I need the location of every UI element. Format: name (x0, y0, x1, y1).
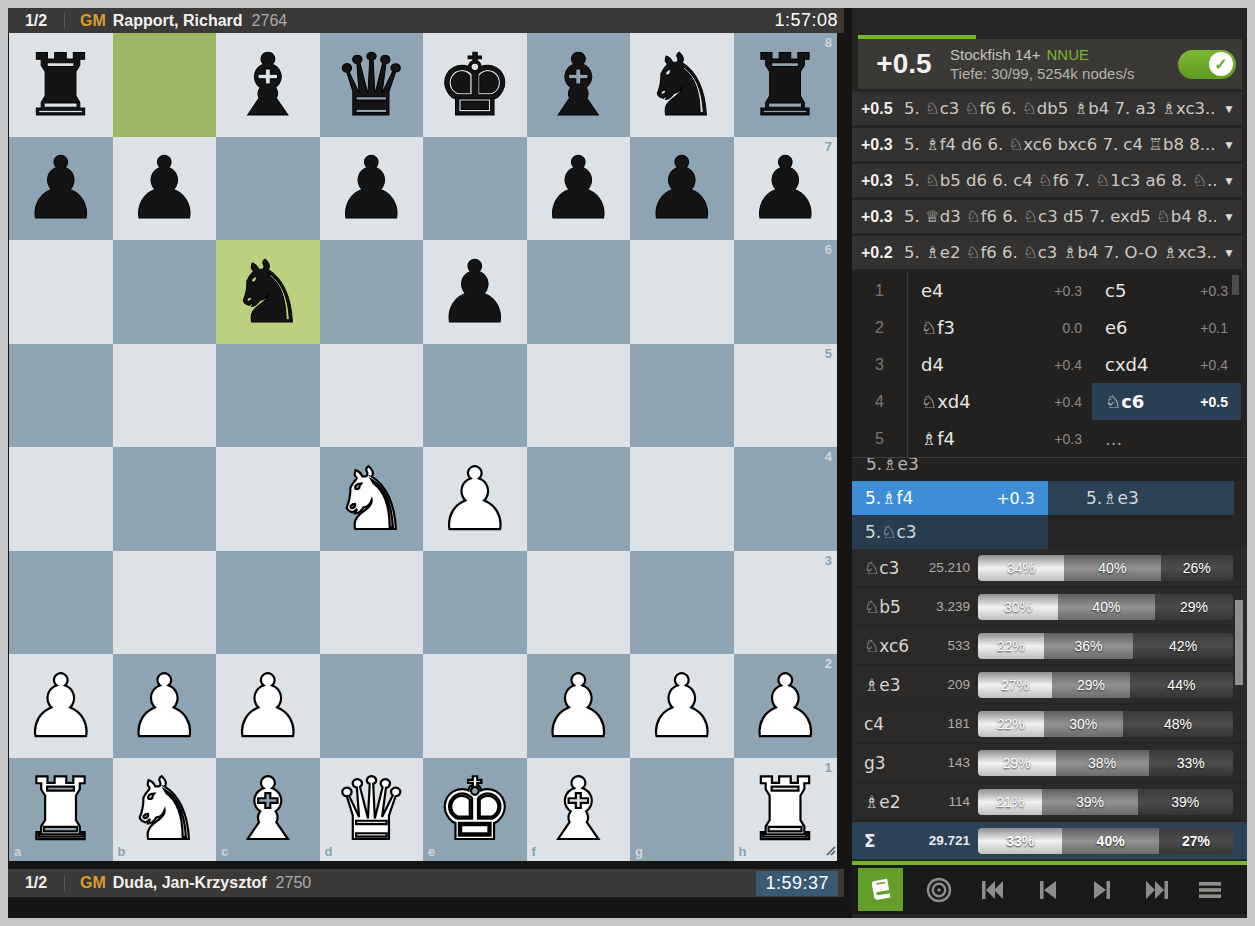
square-b2[interactable]: ♟ (113, 654, 217, 758)
black-pawn[interactable]: ♟ (747, 145, 824, 231)
draw-segment: 36% (1044, 633, 1134, 659)
square-a7[interactable]: ♟ (9, 137, 113, 241)
square-b6[interactable] (113, 240, 217, 344)
divider (64, 875, 65, 891)
square-d2[interactable] (320, 654, 424, 758)
stat-game-count: 29.721 (918, 833, 970, 848)
square-b3[interactable] (113, 551, 217, 655)
square-g2[interactable]: ♟ (630, 654, 734, 758)
board-column: 1/2 GM Rapport, Richard 2764 1:57:08 ♜♝♛… (8, 8, 844, 918)
top-clock: 1:57:08 (774, 10, 838, 31)
square-g4[interactable] (630, 447, 734, 551)
stat-move: ♗e2 (852, 792, 918, 812)
expand-arrow-icon[interactable]: ▼ (1216, 174, 1242, 188)
engine-line[interactable]: +0.3 5. ♕d3 ♘f6 6. ♘c3 d5 7. exd5 ♘b4 8.… (852, 200, 1242, 233)
stat-game-count: 533 (918, 638, 970, 653)
stat-game-count: 143 (918, 755, 970, 770)
white-win-segment: 33% (978, 828, 1062, 854)
stat-game-count: 25.210 (918, 560, 970, 575)
engine-line[interactable]: +0.2 5. ♗e2 ♘f6 6. ♘c3 ♗b4 7. O-O ♗xc3..… (852, 236, 1242, 269)
square-c3[interactable] (216, 551, 320, 655)
move-list: 1 e4+0.3 c5+0.3 2 ♘f30.0 e6+0.1 3 d4+0.4… (852, 272, 1242, 457)
black-king[interactable]: ♚ (436, 42, 513, 128)
rank-label: 6 (825, 242, 832, 257)
expand-arrow-icon[interactable]: ▼ (1216, 138, 1242, 152)
black-win-segment: 27% (1159, 828, 1233, 854)
engine-line[interactable]: +0.5 5. ♘c3 ♘f6 6. ♘db5 ♗b4 7. a3 ♗xc3..… (852, 92, 1242, 125)
engine-depth: Tiefe: 30/99, 5254k nodes/s (950, 64, 1178, 83)
file-label: h (739, 844, 747, 859)
stats-row[interactable]: c418122%30%48% (852, 705, 1247, 742)
black-pawn[interactable]: ♟ (22, 145, 99, 231)
line-eval: +0.3 (852, 136, 904, 154)
stats-row[interactable]: ♘c325.21034%40%26% (852, 549, 1247, 586)
stat-move: ♘c3 (852, 558, 918, 578)
white-move[interactable]: ♘xd4+0.4 (908, 383, 1092, 420)
navigation-icons (903, 876, 1237, 904)
square-f1[interactable]: ♝f (527, 758, 631, 862)
top-player-rating: 2764 (252, 12, 288, 30)
square-d3[interactable] (320, 551, 424, 655)
square-h6[interactable]: 6 (734, 240, 838, 344)
black-bishop[interactable]: ♝ (540, 42, 617, 128)
white-move[interactable]: e4+0.3 (908, 272, 1092, 309)
line-moves: 5. ♘b5 d6 6. c4 ♘f6 7. ♘1c3 a6 8. ♘... (904, 171, 1216, 190)
square-e7[interactable] (423, 137, 527, 241)
scrollbar-thumb[interactable] (1235, 600, 1243, 685)
white-knight[interactable]: ♞ (126, 766, 203, 852)
bottom-title-badge: GM (80, 874, 106, 892)
square-c1[interactable]: ♝c (216, 758, 320, 862)
engine-info: Stockfish 14+NNUE Tiefe: 30/99, 5254k no… (950, 45, 1178, 83)
square-a8[interactable]: ♜ (9, 33, 113, 137)
square-b8[interactable] (113, 33, 217, 137)
stat-move: ♗e3 (852, 675, 918, 695)
square-g6[interactable] (630, 240, 734, 344)
draw-segment: 29% (1052, 672, 1130, 698)
white-rook[interactable]: ♜ (747, 766, 824, 852)
stat-game-count: 114 (918, 794, 970, 809)
square-c6[interactable]: ♞ (216, 240, 320, 344)
square-g7[interactable]: ♟ (630, 137, 734, 241)
bottom-player-rating: 2750 (276, 874, 312, 892)
square-d1[interactable]: ♛d (320, 758, 424, 862)
move-row: 5 ♗f4+0.3 ... (852, 420, 1242, 457)
white-win-segment: 30% (978, 594, 1058, 620)
square-e3[interactable] (423, 551, 527, 655)
white-move[interactable]: ♗f4+0.3 (908, 420, 1092, 457)
black-win-segment: 48% (1123, 711, 1233, 737)
square-b7[interactable]: ♟ (113, 137, 217, 241)
line-eval: +0.3 (852, 172, 904, 190)
line-moves: 5. ♗f4 d6 6. ♘xc6 bxc6 7. c4 ♖b8 8.... (904, 135, 1216, 154)
square-e1[interactable]: ♚e (423, 758, 527, 862)
stat-move: ♘xc6 (852, 636, 918, 656)
white-win-segment: 27% (978, 672, 1052, 698)
square-f4[interactable] (527, 447, 631, 551)
square-f8[interactable]: ♝ (527, 33, 631, 137)
line-eval: +0.3 (852, 208, 904, 226)
square-d5[interactable] (320, 344, 424, 448)
black-rook[interactable]: ♜ (747, 42, 824, 128)
white-rook[interactable]: ♜ (22, 766, 99, 852)
stat-game-count: 209 (918, 677, 970, 692)
line-moves: 5. ♗e2 ♘f6 6. ♘c3 ♗b4 7. O-O ♗xc3... (904, 243, 1216, 262)
square-b4[interactable] (113, 447, 217, 551)
move-row: 1 e4+0.3 c5+0.3 (852, 272, 1242, 309)
square-a3[interactable] (9, 551, 113, 655)
square-h5[interactable]: 5 (734, 344, 838, 448)
black-move[interactable]: cxd4+0.4 (1092, 346, 1241, 383)
square-g8[interactable]: ♞ (630, 33, 734, 137)
bottom-player-bar: 1/2 GM Duda, Jan-Krzysztof 2750 1:59:37 (8, 869, 844, 897)
move-row: 3 d4+0.4 cxd4+0.4 (852, 346, 1242, 383)
white-pawn[interactable]: ♟ (540, 663, 617, 749)
black-knight[interactable]: ♞ (229, 249, 306, 335)
engine-line[interactable]: +0.3 5. ♘b5 d6 6. c4 ♘f6 7. ♘1c3 a6 8. ♘… (852, 164, 1242, 197)
bottom-player-name: Duda, Jan-Krzysztof (113, 874, 267, 892)
file-label: f (532, 844, 536, 859)
black-win-segment: 39% (1138, 789, 1233, 815)
stat-move: g3 (852, 753, 918, 773)
main-window: 1/2 GM Rapport, Richard 2764 1:57:08 ♜♝♛… (8, 8, 1247, 918)
engine-name: Stockfish 14+ (950, 46, 1040, 63)
square-e5[interactable] (423, 344, 527, 448)
black-pawn[interactable]: ♟ (126, 145, 203, 231)
square-f7[interactable]: ♟ (527, 137, 631, 241)
variation-alt[interactable]: 5.♘c3 (852, 515, 1048, 549)
rank-label: 1 (825, 760, 832, 775)
black-win-segment: 42% (1133, 633, 1233, 659)
black-bishop[interactable]: ♝ (229, 42, 306, 128)
black-knight[interactable]: ♞ (643, 42, 720, 128)
engine-header: +0.5 Stockfish 14+NNUE Tiefe: 30/99, 525… (858, 39, 1242, 89)
stats-row[interactable]: g314329%38%33% (852, 744, 1247, 781)
stats-row[interactable]: ♗e211421%39%39% (852, 783, 1247, 820)
black-queen[interactable]: ♛ (333, 42, 410, 128)
square-c2[interactable]: ♟ (216, 654, 320, 758)
black-move-selected[interactable]: ♘c6+0.5 (1092, 383, 1241, 420)
white-king[interactable]: ♚ (436, 766, 513, 852)
square-e6[interactable]: ♟ (423, 240, 527, 344)
file-label: b (118, 844, 126, 859)
bottom-clock: 1:59:37 (756, 871, 838, 896)
square-f2[interactable]: ♟ (527, 654, 631, 758)
move-number: 2 (852, 309, 908, 346)
black-win-segment: 44% (1130, 672, 1233, 698)
file-label: a (14, 844, 21, 859)
engine-toggle[interactable]: ✓ (1178, 50, 1236, 79)
black-move[interactable]: e6+0.1 (1092, 309, 1241, 346)
black-pawn[interactable]: ♟ (333, 145, 410, 231)
square-h4[interactable]: 4 (734, 447, 838, 551)
variation-row: 5.♘c3 (852, 515, 1247, 549)
top-player-name: Rapport, Richard (113, 12, 243, 30)
file-label: g (635, 844, 643, 859)
square-h3[interactable]: 3 (734, 551, 838, 655)
variation-alt[interactable]: 5.♗e3 (1048, 481, 1234, 515)
white-bishop[interactable]: ♝ (229, 766, 306, 852)
black-move[interactable]: ... (1092, 420, 1241, 457)
move-number: 3 (852, 346, 908, 383)
white-knight[interactable]: ♞ (333, 456, 410, 542)
white-win-segment: 29% (978, 750, 1056, 776)
result-bar: 29%38%33% (978, 750, 1233, 776)
square-h2[interactable]: ♟2 (734, 654, 838, 758)
line-eval: +0.5 (852, 100, 904, 118)
resize-handle-icon[interactable] (822, 842, 836, 860)
opening-book-button[interactable] (858, 868, 903, 911)
result-bar: 21%39%39% (978, 789, 1233, 815)
white-win-segment: 34% (978, 555, 1064, 581)
move-row: 4 ♘xd4+0.4 ♘c6+0.5 (852, 383, 1242, 420)
book-icon (865, 874, 895, 904)
black-pawn[interactable]: ♟ (643, 145, 720, 231)
square-a6[interactable] (9, 240, 113, 344)
white-pawn[interactable]: ♟ (126, 663, 203, 749)
rank-label: 4 (825, 449, 832, 464)
bottom-score: 1/2 (8, 874, 64, 892)
scrollbar-thumb[interactable] (1232, 275, 1239, 295)
stats-row[interactable]: ♘xc653322%36%42% (852, 627, 1247, 664)
square-e4[interactable]: ♟ (423, 447, 527, 551)
square-g3[interactable] (630, 551, 734, 655)
result-bar: 30%40%29% (978, 594, 1233, 620)
square-h7[interactable]: ♟7 (734, 137, 838, 241)
move-row: 2 ♘f30.0 e6+0.1 (852, 309, 1242, 346)
stats-table: ♘c325.21034%40%26%♘b53.23930%40%29%♘xc65… (852, 549, 1247, 859)
top-player-bar: 1/2 GM Rapport, Richard 2764 1:57:08 (8, 8, 844, 33)
square-b5[interactable] (113, 344, 217, 448)
square-g5[interactable] (630, 344, 734, 448)
stats-row[interactable]: ♗e320927%29%44% (852, 666, 1247, 703)
square-e2[interactable] (423, 654, 527, 758)
result-bar: 34%40%26% (978, 555, 1233, 581)
white-bishop[interactable]: ♝ (540, 766, 617, 852)
square-d7[interactable]: ♟ (320, 137, 424, 241)
result-bar: 22%36%42% (978, 633, 1233, 659)
move-number: 4 (852, 383, 908, 420)
top-title-badge: GM (80, 12, 106, 30)
rank-label: 3 (825, 553, 832, 568)
divider (64, 13, 65, 29)
expand-arrow-icon[interactable]: ▼ (1216, 102, 1242, 116)
square-f3[interactable] (527, 551, 631, 655)
stats-row[interactable]: Σ29.72133%40%27% (852, 822, 1247, 859)
expand-arrow-icon[interactable]: ▼ (1216, 246, 1242, 260)
black-win-segment: 33% (1149, 750, 1233, 776)
expand-arrow-icon[interactable]: ▼ (1216, 210, 1242, 224)
top-score: 1/2 (8, 12, 64, 30)
result-bar: 22%30%48% (978, 711, 1233, 737)
draw-segment: 40% (1064, 555, 1160, 581)
engine-line[interactable]: +0.3 5. ♗f4 d6 6. ♘xc6 bxc6 7. c4 ♖b8 8.… (852, 128, 1242, 161)
square-d6[interactable] (320, 240, 424, 344)
nnue-badge: NNUE (1046, 46, 1089, 63)
white-queen[interactable]: ♛ (333, 766, 410, 852)
square-h8[interactable]: ♜8 (734, 33, 838, 137)
engine-eval: +0.5 (858, 48, 950, 80)
check-icon: ✓ (1209, 52, 1233, 76)
analysis-panel: +0.5 Stockfish 14+NNUE Tiefe: 30/99, 525… (852, 8, 1247, 918)
white-pawn[interactable]: ♟ (22, 663, 99, 749)
variation-row: 5.♗f4+0.3 5.♗e3 (852, 481, 1247, 515)
next-move-icon[interactable] (1089, 877, 1115, 903)
skip-to-end-icon[interactable] (1142, 877, 1170, 903)
draw-segment: 40% (1058, 594, 1155, 620)
previous-move-icon[interactable] (1035, 877, 1061, 903)
stat-move: ♘b5 (852, 597, 918, 617)
result-bar: 27%29%44% (978, 672, 1233, 698)
file-label: c (221, 844, 228, 859)
black-win-segment: 29% (1155, 594, 1233, 620)
square-c5[interactable] (216, 344, 320, 448)
line-eval: +0.2 (852, 244, 904, 262)
stat-game-count: 3.239 (918, 599, 970, 614)
square-f6[interactable] (527, 240, 631, 344)
stats-row[interactable]: ♘b53.23930%40%29% (852, 588, 1247, 625)
white-pawn[interactable]: ♟ (436, 456, 513, 542)
draw-segment: 40% (1062, 828, 1158, 854)
record-target-icon[interactable] (925, 876, 953, 904)
square-a1[interactable]: ♜a (9, 758, 113, 862)
move-number: 5 (852, 420, 908, 457)
file-label: d (325, 844, 333, 859)
move-number: 1 (852, 272, 908, 309)
square-d8[interactable]: ♛ (320, 33, 424, 137)
result-bar: 33%40%27% (978, 828, 1233, 854)
rank-label: 2 (825, 656, 832, 671)
square-c8[interactable]: ♝ (216, 33, 320, 137)
white-win-segment: 21% (978, 789, 1042, 815)
chess-board[interactable]: ♜♝♛♚♝♞♜8♟♟♟♟♟♟7♞♟65♞♟43♟♟♟♟♟♟2♜a♞b♝c♛d♚e… (9, 33, 837, 861)
stat-game-count: 181 (918, 716, 970, 731)
black-move[interactable]: c5+0.3 (1092, 272, 1241, 309)
skip-to-start-icon[interactable] (980, 877, 1008, 903)
rank-label: 8 (825, 35, 832, 50)
draw-segment: 38% (1056, 750, 1149, 776)
square-d4[interactable]: ♞ (320, 447, 424, 551)
bottom-toolbar (852, 865, 1247, 914)
black-win-segment: 26% (1161, 555, 1233, 581)
draw-segment: 30% (1044, 711, 1123, 737)
square-e8[interactable]: ♚ (423, 33, 527, 137)
file-label: e (428, 844, 435, 859)
white-win-segment: 22% (978, 711, 1044, 737)
white-pawn[interactable]: ♟ (747, 663, 824, 749)
square-a5[interactable] (9, 344, 113, 448)
stat-move: Σ (852, 831, 918, 851)
variation-selected[interactable]: 5.♗f4+0.3 (852, 481, 1048, 515)
draw-segment: 39% (1042, 789, 1137, 815)
white-pawn[interactable]: ♟ (643, 663, 720, 749)
black-rook[interactable]: ♜ (22, 42, 99, 128)
white-pawn[interactable]: ♟ (229, 663, 306, 749)
white-move[interactable]: d4+0.4 (908, 346, 1092, 383)
stat-move: c4 (852, 714, 918, 734)
variation-row-clipped[interactable]: 5.♗e3 (852, 457, 1247, 481)
menu-icon[interactable] (1197, 877, 1223, 903)
white-win-segment: 22% (978, 633, 1044, 659)
white-move[interactable]: ♘f30.0 (908, 309, 1092, 346)
rank-label: 5 (825, 346, 832, 361)
black-pawn[interactable]: ♟ (436, 249, 513, 335)
square-a2[interactable]: ♟ (9, 654, 113, 758)
square-c7[interactable] (216, 137, 320, 241)
square-b1[interactable]: ♞b (113, 758, 217, 862)
square-a4[interactable] (9, 447, 113, 551)
square-c4[interactable] (216, 447, 320, 551)
line-moves: 5. ♘c3 ♘f6 6. ♘db5 ♗b4 7. a3 ♗xc3... (904, 99, 1216, 118)
square-g1[interactable]: g (630, 758, 734, 862)
rank-label: 7 (825, 139, 832, 154)
black-pawn[interactable]: ♟ (540, 145, 617, 231)
square-f5[interactable] (527, 344, 631, 448)
line-moves: 5. ♕d3 ♘f6 6. ♘c3 d5 7. exd5 ♘b4 8... (904, 207, 1216, 226)
app-window: 1/2 GM Rapport, Richard 2764 1:57:08 ♜♝♛… (0, 0, 1255, 926)
